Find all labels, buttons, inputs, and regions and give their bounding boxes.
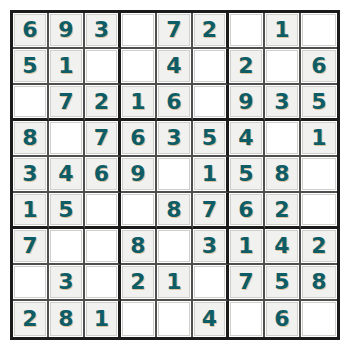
cell-r5c7[interactable]: 5	[229, 157, 265, 193]
cell-r9c3[interactable]: 1	[85, 301, 121, 337]
cell-r8c4[interactable]: 2	[121, 265, 157, 301]
cell-r3c3[interactable]: 2	[85, 85, 121, 121]
cell-r4c8[interactable]	[265, 121, 301, 157]
cell-r6c5[interactable]: 8	[157, 193, 193, 229]
cell-r8c7[interactable]: 7	[229, 265, 265, 301]
cell-r9c1[interactable]: 2	[13, 301, 49, 337]
cell-r1c6[interactable]: 2	[193, 13, 229, 49]
cell-r1c8[interactable]: 1	[265, 13, 301, 49]
cell-r2c2[interactable]: 1	[49, 49, 85, 85]
cell-r5c1[interactable]: 3	[13, 157, 49, 193]
cell-r6c8[interactable]: 2	[265, 193, 301, 229]
cell-r7c8[interactable]: 4	[265, 229, 301, 265]
cell-r5c6[interactable]: 1	[193, 157, 229, 193]
cell-r6c2[interactable]: 5	[49, 193, 85, 229]
cell-r1c7[interactable]	[229, 13, 265, 49]
cell-r8c9[interactable]: 8	[301, 265, 337, 301]
cell-r2c1[interactable]: 5	[13, 49, 49, 85]
cell-r2c3[interactable]	[85, 49, 121, 85]
cell-r7c3[interactable]	[85, 229, 121, 265]
cell-r3c1[interactable]	[13, 85, 49, 121]
cell-r3c5[interactable]: 6	[157, 85, 193, 121]
cell-r7c5[interactable]	[157, 229, 193, 265]
cell-r7c4[interactable]: 8	[121, 229, 157, 265]
cell-r5c2[interactable]: 4	[49, 157, 85, 193]
cell-r4c1[interactable]: 8	[13, 121, 49, 157]
cell-r5c3[interactable]: 6	[85, 157, 121, 193]
cell-r4c4[interactable]: 6	[121, 121, 157, 157]
cell-r9c4[interactable]	[121, 301, 157, 337]
cell-r4c5[interactable]: 3	[157, 121, 193, 157]
cell-r7c9[interactable]: 2	[301, 229, 337, 265]
cell-r4c3[interactable]: 7	[85, 121, 121, 157]
cell-r6c6[interactable]: 7	[193, 193, 229, 229]
cell-r3c2[interactable]: 7	[49, 85, 85, 121]
cell-r6c7[interactable]: 6	[229, 193, 265, 229]
cell-r1c5[interactable]: 7	[157, 13, 193, 49]
sudoku-puzzle: 6937215142672169358763541346915815876278…	[10, 10, 340, 340]
cell-r4c9[interactable]: 1	[301, 121, 337, 157]
cell-r5c8[interactable]: 8	[265, 157, 301, 193]
cell-r4c6[interactable]: 5	[193, 121, 229, 157]
cell-r7c6[interactable]: 3	[193, 229, 229, 265]
cell-r9c7[interactable]	[229, 301, 265, 337]
cell-r8c8[interactable]: 5	[265, 265, 301, 301]
cell-r5c9[interactable]	[301, 157, 337, 193]
cell-r3c7[interactable]: 9	[229, 85, 265, 121]
cell-r8c6[interactable]	[193, 265, 229, 301]
cell-r2c7[interactable]: 2	[229, 49, 265, 85]
cell-r8c2[interactable]: 3	[49, 265, 85, 301]
cell-r5c5[interactable]	[157, 157, 193, 193]
cell-r8c5[interactable]: 1	[157, 265, 193, 301]
cell-r1c9[interactable]	[301, 13, 337, 49]
cell-r6c1[interactable]: 1	[13, 193, 49, 229]
cell-r9c2[interactable]: 8	[49, 301, 85, 337]
cell-r7c1[interactable]: 7	[13, 229, 49, 265]
cell-r3c4[interactable]: 1	[121, 85, 157, 121]
cell-r3c8[interactable]: 3	[265, 85, 301, 121]
cell-r8c3[interactable]	[85, 265, 121, 301]
cell-r9c6[interactable]: 4	[193, 301, 229, 337]
cell-r6c3[interactable]	[85, 193, 121, 229]
sudoku-board: 6937215142672169358763541346915815876278…	[10, 10, 340, 340]
cell-r5c4[interactable]: 9	[121, 157, 157, 193]
cell-r2c6[interactable]	[193, 49, 229, 85]
cell-r7c7[interactable]: 1	[229, 229, 265, 265]
cell-r1c3[interactable]: 3	[85, 13, 121, 49]
cell-r9c8[interactable]: 6	[265, 301, 301, 337]
cell-r6c4[interactable]	[121, 193, 157, 229]
cell-r4c7[interactable]: 4	[229, 121, 265, 157]
cell-r6c9[interactable]	[301, 193, 337, 229]
cell-r4c2[interactable]	[49, 121, 85, 157]
cell-r3c6[interactable]	[193, 85, 229, 121]
cell-r2c9[interactable]: 6	[301, 49, 337, 85]
cell-r2c8[interactable]	[265, 49, 301, 85]
cell-r2c5[interactable]: 4	[157, 49, 193, 85]
cell-r1c1[interactable]: 6	[13, 13, 49, 49]
cell-r2c4[interactable]	[121, 49, 157, 85]
cell-r9c9[interactable]	[301, 301, 337, 337]
cell-r7c2[interactable]	[49, 229, 85, 265]
cell-r9c5[interactable]	[157, 301, 193, 337]
cell-r1c2[interactable]: 9	[49, 13, 85, 49]
cell-r1c4[interactable]	[121, 13, 157, 49]
cell-r8c1[interactable]	[13, 265, 49, 301]
cell-r3c9[interactable]: 5	[301, 85, 337, 121]
